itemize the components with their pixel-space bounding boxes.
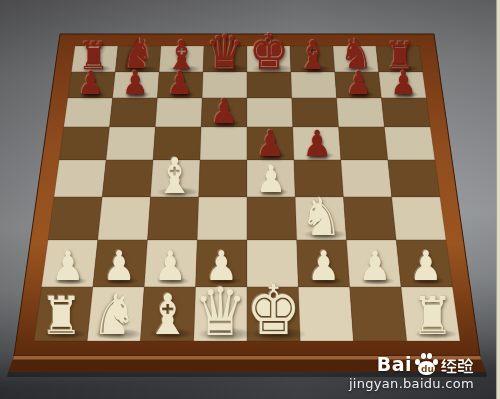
cn-char-jing bbox=[441, 358, 457, 375]
jingyan-cn-icon bbox=[441, 358, 474, 375]
piece-black-pawn-e5[interactable]: ♟ bbox=[254, 126, 286, 162]
piece-white-knight-b1[interactable]: ♞ bbox=[89, 287, 140, 344]
piece-black-queen-d8[interactable]: ♛ bbox=[204, 29, 247, 77]
square-g6[interactable] bbox=[337, 98, 385, 127]
cn-char-yan bbox=[458, 358, 474, 375]
square-c6[interactable] bbox=[155, 98, 202, 127]
square-g1[interactable] bbox=[350, 287, 407, 341]
piece-black-pawn-c7[interactable]: ♟ bbox=[166, 68, 195, 100]
screenshot-root: ♜♞♝♛♚♝♞♜♟♟♟♟♟♟♟♟♝♟♞♟♟♟♟♟♟♟♜♞♝♛♚♜ Bai du bbox=[0, 0, 500, 399]
window-edge-strip bbox=[496, 0, 500, 399]
piece-black-pawn-g7[interactable]: ♟ bbox=[344, 68, 373, 100]
piece-white-rook-h1[interactable]: ♜ bbox=[409, 290, 456, 342]
square-g5[interactable] bbox=[339, 127, 388, 160]
square-f1[interactable] bbox=[298, 287, 353, 341]
piece-white-rook-a1[interactable]: ♜ bbox=[38, 290, 85, 342]
square-g4[interactable] bbox=[341, 160, 392, 197]
baidu-du-text: du bbox=[421, 364, 434, 374]
piece-black-pawn-b7[interactable]: ♟ bbox=[121, 68, 150, 100]
piece-white-bishop-c4[interactable]: ♝ bbox=[153, 152, 197, 201]
square-d5[interactable] bbox=[200, 127, 247, 160]
piece-white-pawn-h2[interactable]: ♟ bbox=[408, 247, 445, 288]
square-a6[interactable] bbox=[64, 98, 113, 127]
square-a5[interactable] bbox=[59, 127, 109, 160]
square-g3[interactable] bbox=[343, 197, 396, 240]
square-a4[interactable] bbox=[54, 160, 106, 197]
square-d3[interactable] bbox=[197, 197, 247, 240]
square-h4[interactable] bbox=[388, 160, 440, 197]
piece-black-pawn-a7[interactable]: ♟ bbox=[76, 68, 105, 100]
piece-white-pawn-a2[interactable]: ♟ bbox=[50, 247, 87, 288]
square-h3[interactable] bbox=[392, 197, 446, 240]
baidu-logo-row: Bai du bbox=[349, 351, 474, 375]
square-a3[interactable] bbox=[48, 197, 102, 240]
square-b5[interactable] bbox=[106, 127, 155, 160]
square-h6[interactable] bbox=[381, 98, 430, 127]
piece-white-pawn-f2[interactable]: ♟ bbox=[305, 247, 342, 288]
square-b3[interactable] bbox=[98, 197, 151, 240]
piece-black-pawn-d6[interactable]: ♟ bbox=[209, 95, 239, 129]
square-b4[interactable] bbox=[102, 160, 153, 197]
piece-black-pawn-f5[interactable]: ♟ bbox=[301, 126, 333, 162]
watermark-url: jingyan.baidu.com bbox=[349, 376, 474, 391]
square-h5[interactable] bbox=[384, 127, 434, 160]
piece-white-pawn-e4[interactable]: ♟ bbox=[254, 161, 288, 199]
piece-white-pawn-g2[interactable]: ♟ bbox=[357, 247, 394, 288]
piece-white-bishop-c1[interactable]: ♝ bbox=[143, 288, 193, 344]
baidu-paw-icon: du bbox=[415, 352, 438, 375]
baidu-jingyan-watermark: Bai du bbox=[349, 351, 474, 391]
square-d4[interactable] bbox=[199, 160, 247, 197]
piece-black-king-e8[interactable]: ♚ bbox=[247, 28, 291, 77]
piece-black-pawn-h7[interactable]: ♟ bbox=[389, 68, 418, 100]
piece-white-queen-d1[interactable]: ♛ bbox=[191, 279, 250, 346]
piece-white-knight-f3[interactable]: ♞ bbox=[298, 191, 345, 243]
piece-black-bishop-f8[interactable]: ♝ bbox=[295, 35, 331, 75]
square-e3[interactable] bbox=[247, 197, 297, 240]
piece-white-king-e1[interactable]: ♚ bbox=[243, 277, 305, 346]
square-b6[interactable] bbox=[110, 98, 158, 127]
baidu-logo-text: Bai bbox=[377, 353, 412, 375]
